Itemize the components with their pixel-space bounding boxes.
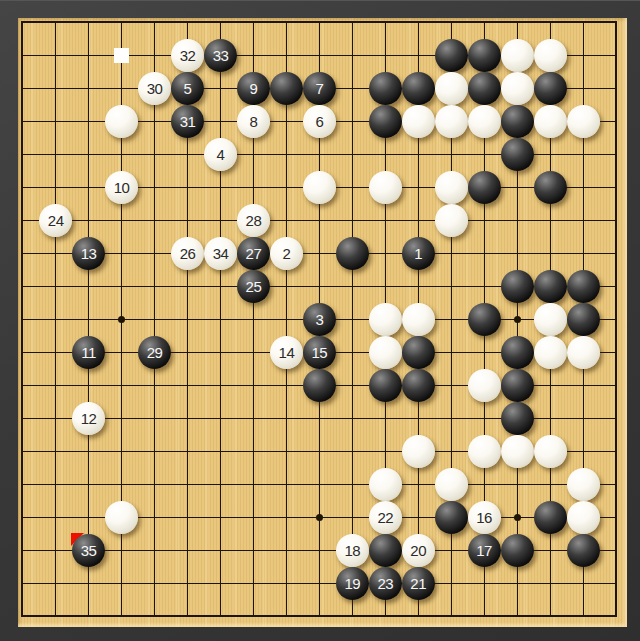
white-stone-move-2: 2 — [270, 237, 303, 270]
black-stone — [303, 369, 336, 402]
move-number: 33 — [213, 48, 229, 63]
black-stone — [501, 369, 534, 402]
white-stone-move-18: 18 — [336, 534, 369, 567]
move-number: 26 — [180, 246, 196, 261]
black-stone-move-15: 15 — [303, 336, 336, 369]
move-number: 7 — [315, 81, 323, 96]
black-stone — [435, 39, 468, 72]
black-stone — [567, 303, 600, 336]
black-stone-move-1: 1 — [402, 237, 435, 270]
black-stone-move-35: 35 — [72, 534, 105, 567]
star-point — [316, 514, 323, 521]
black-stone — [501, 105, 534, 138]
black-stone — [501, 336, 534, 369]
black-stone — [369, 105, 402, 138]
star-point — [514, 316, 521, 323]
black-stone-move-19: 19 — [336, 567, 369, 600]
black-stone — [369, 72, 402, 105]
white-stone — [534, 336, 567, 369]
white-stone-move-8: 8 — [237, 105, 270, 138]
white-stone — [468, 435, 501, 468]
white-square-marker — [114, 48, 129, 63]
star-point — [118, 316, 125, 323]
white-stone — [435, 171, 468, 204]
move-number: 17 — [476, 543, 492, 558]
move-number: 32 — [180, 48, 196, 63]
black-stone — [501, 402, 534, 435]
move-number: 19 — [344, 576, 360, 591]
move-number: 24 — [48, 213, 64, 228]
white-stone — [435, 468, 468, 501]
move-number: 29 — [147, 345, 163, 360]
black-stone — [501, 270, 534, 303]
white-stone-move-14: 14 — [270, 336, 303, 369]
black-stone — [567, 270, 600, 303]
black-stone — [369, 534, 402, 567]
white-stone-move-24: 24 — [39, 204, 72, 237]
black-stone — [534, 72, 567, 105]
black-stone-move-7: 7 — [303, 72, 336, 105]
white-stone — [402, 303, 435, 336]
black-stone-move-3: 3 — [303, 303, 336, 336]
move-number: 27 — [246, 246, 262, 261]
move-number: 13 — [81, 246, 97, 261]
white-stone — [435, 204, 468, 237]
black-stone-move-21: 21 — [402, 567, 435, 600]
move-number: 11 — [81, 345, 96, 360]
black-stone — [402, 336, 435, 369]
white-stone — [501, 39, 534, 72]
move-number: 15 — [311, 345, 327, 360]
white-stone-move-6: 6 — [303, 105, 336, 138]
black-stone — [336, 237, 369, 270]
white-stone-move-32: 32 — [171, 39, 204, 72]
white-stone — [369, 468, 402, 501]
white-stone-move-10: 10 — [105, 171, 138, 204]
go-board[interactable]: 3233305973186410242813263427212531129141… — [18, 18, 627, 627]
black-stone-move-23: 23 — [369, 567, 402, 600]
move-number: 12 — [81, 411, 97, 426]
move-number: 30 — [147, 81, 163, 96]
black-stone-move-9: 9 — [237, 72, 270, 105]
white-stone — [534, 39, 567, 72]
black-stone — [468, 39, 501, 72]
white-stone — [567, 105, 600, 138]
black-stone-move-13: 13 — [72, 237, 105, 270]
white-stone — [105, 105, 138, 138]
white-stone — [402, 105, 435, 138]
white-stone — [435, 105, 468, 138]
black-stone — [468, 72, 501, 105]
move-number: 22 — [377, 510, 393, 525]
white-stone — [303, 171, 336, 204]
white-stone-move-22: 22 — [369, 501, 402, 534]
white-stone — [468, 105, 501, 138]
white-stone — [567, 336, 600, 369]
white-stone — [567, 501, 600, 534]
black-stone-move-17: 17 — [468, 534, 501, 567]
white-stone — [402, 435, 435, 468]
move-number: 14 — [279, 345, 295, 360]
black-stone-move-27: 27 — [237, 237, 270, 270]
white-stone-move-34: 34 — [204, 237, 237, 270]
move-number: 18 — [344, 543, 360, 558]
white-stone-move-4: 4 — [204, 138, 237, 171]
white-stone — [369, 171, 402, 204]
black-stone — [369, 369, 402, 402]
move-number: 5 — [184, 81, 192, 96]
white-stone — [105, 501, 138, 534]
move-number: 10 — [114, 180, 130, 195]
black-stone — [468, 303, 501, 336]
white-stone-move-26: 26 — [171, 237, 204, 270]
move-number: 25 — [246, 279, 262, 294]
white-stone — [369, 303, 402, 336]
move-number: 20 — [410, 543, 426, 558]
white-stone-move-12: 12 — [72, 402, 105, 435]
white-stone — [369, 336, 402, 369]
white-stone — [468, 369, 501, 402]
white-stone — [534, 105, 567, 138]
white-stone-move-16: 16 — [468, 501, 501, 534]
black-stone — [534, 171, 567, 204]
move-number: 31 — [180, 114, 196, 129]
black-stone-move-5: 5 — [171, 72, 204, 105]
black-stone — [501, 534, 534, 567]
white-stone-move-20: 20 — [402, 534, 435, 567]
black-stone-move-11: 11 — [72, 336, 105, 369]
move-number: 8 — [249, 114, 257, 129]
white-stone — [435, 72, 468, 105]
black-stone — [534, 270, 567, 303]
move-number: 21 — [410, 576, 426, 591]
black-stone — [501, 138, 534, 171]
black-stone — [402, 72, 435, 105]
black-stone — [567, 534, 600, 567]
black-stone — [534, 501, 567, 534]
move-number: 16 — [476, 510, 492, 525]
black-stone — [270, 72, 303, 105]
move-number: 1 — [414, 246, 422, 261]
move-number: 23 — [377, 576, 393, 591]
move-number: 34 — [213, 246, 229, 261]
white-stone — [534, 435, 567, 468]
move-number: 35 — [81, 543, 97, 558]
black-stone-move-29: 29 — [138, 336, 171, 369]
white-stone-move-28: 28 — [237, 204, 270, 237]
black-stone-move-33: 33 — [204, 39, 237, 72]
move-number: 9 — [249, 81, 257, 96]
white-stone — [501, 72, 534, 105]
white-stone — [534, 303, 567, 336]
black-stone — [468, 171, 501, 204]
star-point — [514, 514, 521, 521]
white-stone — [567, 468, 600, 501]
white-stone-move-30: 30 — [138, 72, 171, 105]
black-stone-move-25: 25 — [237, 270, 270, 303]
black-stone-move-31: 31 — [171, 105, 204, 138]
black-stone — [435, 501, 468, 534]
white-stone — [501, 435, 534, 468]
move-number: 2 — [282, 246, 290, 261]
move-number: 4 — [217, 147, 225, 162]
go-diagram: 3233305973186410242813263427212531129141… — [0, 0, 640, 641]
move-number: 6 — [315, 114, 323, 129]
move-number: 3 — [315, 312, 323, 327]
move-number: 28 — [246, 213, 262, 228]
black-stone — [402, 369, 435, 402]
